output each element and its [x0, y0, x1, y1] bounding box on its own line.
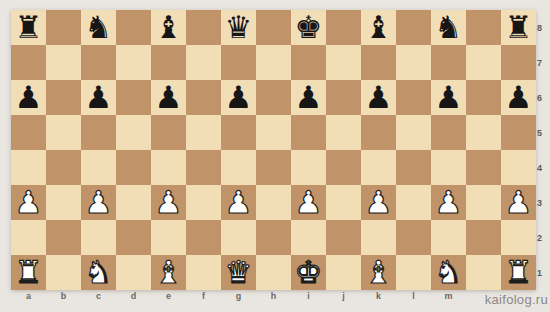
- square-h4[interactable]: [256, 150, 291, 185]
- square-m3[interactable]: ♟: [431, 185, 466, 220]
- square-f7[interactable]: [186, 45, 221, 80]
- square-c6[interactable]: ♟: [81, 80, 116, 115]
- square-j7[interactable]: [326, 45, 361, 80]
- square-o8[interactable]: ♜: [501, 10, 536, 45]
- square-l6[interactable]: [396, 80, 431, 115]
- square-l5[interactable]: [396, 115, 431, 150]
- square-f1[interactable]: [186, 255, 221, 290]
- square-n4[interactable]: [466, 150, 501, 185]
- piece-white-bishop: ♝: [151, 255, 186, 290]
- square-k6[interactable]: ♟: [361, 80, 396, 115]
- square-n3[interactable]: [466, 185, 501, 220]
- square-d3[interactable]: [116, 185, 151, 220]
- piece-black-king: ♚: [291, 10, 326, 45]
- file-label-b: b: [46, 290, 81, 303]
- piece-black-bishop: ♝: [151, 10, 186, 45]
- square-c1[interactable]: ♞: [81, 255, 116, 290]
- square-d8[interactable]: [116, 10, 151, 45]
- square-k3[interactable]: ♟: [361, 185, 396, 220]
- square-i7[interactable]: [291, 45, 326, 80]
- square-j1[interactable]: [326, 255, 361, 290]
- square-j6[interactable]: [326, 80, 361, 115]
- file-label-i: i: [291, 290, 326, 303]
- square-i2[interactable]: [291, 220, 326, 255]
- square-n2[interactable]: [466, 220, 501, 255]
- square-g7[interactable]: [221, 45, 256, 80]
- square-j2[interactable]: [326, 220, 361, 255]
- rank-labels: 87654321: [537, 10, 549, 290]
- square-m5[interactable]: [431, 115, 466, 150]
- square-g6[interactable]: ♟: [221, 80, 256, 115]
- square-n6[interactable]: [466, 80, 501, 115]
- square-e5[interactable]: [151, 115, 186, 150]
- square-i4[interactable]: [291, 150, 326, 185]
- file-label-m: m: [431, 290, 466, 303]
- square-e1[interactable]: ♝: [151, 255, 186, 290]
- square-c7[interactable]: [81, 45, 116, 80]
- file-label-l: l: [396, 290, 431, 303]
- piece-white-king: ♚: [291, 255, 326, 290]
- square-d1[interactable]: [116, 255, 151, 290]
- square-g4[interactable]: [221, 150, 256, 185]
- piece-white-pawn: ♟: [81, 185, 116, 220]
- piece-white-pawn: ♟: [291, 185, 326, 220]
- square-l7[interactable]: [396, 45, 431, 80]
- file-label-f: f: [186, 290, 221, 303]
- square-l1[interactable]: [396, 255, 431, 290]
- square-j5[interactable]: [326, 115, 361, 150]
- square-f2[interactable]: [186, 220, 221, 255]
- square-i5[interactable]: [291, 115, 326, 150]
- square-k5[interactable]: [361, 115, 396, 150]
- square-n8[interactable]: [466, 10, 501, 45]
- square-a3[interactable]: ♟: [11, 185, 46, 220]
- square-k8[interactable]: ♝: [361, 10, 396, 45]
- rank-label-6: 6: [537, 80, 549, 115]
- square-h8[interactable]: [256, 10, 291, 45]
- chess-board: ♜♞♝♛♚♝♞♜♟♟♟♟♟♟♟♟♟♟♟♟♟♟♟♟♜♞♝♛♚♝♞♜: [11, 10, 536, 290]
- piece-black-pawn: ♟: [151, 80, 186, 115]
- square-c2[interactable]: [81, 220, 116, 255]
- rank-label-5: 5: [537, 115, 549, 150]
- square-k7[interactable]: [361, 45, 396, 80]
- square-e8[interactable]: ♝: [151, 10, 186, 45]
- square-o7[interactable]: [501, 45, 536, 80]
- square-h7[interactable]: [256, 45, 291, 80]
- square-g2[interactable]: [221, 220, 256, 255]
- piece-white-pawn: ♟: [11, 185, 46, 220]
- rank-label-2: 2: [537, 220, 549, 255]
- square-i8[interactable]: ♚: [291, 10, 326, 45]
- piece-black-pawn: ♟: [291, 80, 326, 115]
- square-g8[interactable]: ♛: [221, 10, 256, 45]
- square-b2[interactable]: [46, 220, 81, 255]
- square-l8[interactable]: [396, 10, 431, 45]
- piece-black-queen: ♛: [221, 10, 256, 45]
- file-labels: abcdefghijklm: [11, 290, 536, 303]
- rank-label-3: 3: [537, 185, 549, 220]
- square-a1[interactable]: ♜: [11, 255, 46, 290]
- square-i1[interactable]: ♚: [291, 255, 326, 290]
- file-label-d: d: [116, 290, 151, 303]
- square-o5[interactable]: [501, 115, 536, 150]
- square-c3[interactable]: ♟: [81, 185, 116, 220]
- piece-black-bishop: ♝: [361, 10, 396, 45]
- square-e6[interactable]: ♟: [151, 80, 186, 115]
- square-c5[interactable]: [81, 115, 116, 150]
- watermark: kaifolog.ru: [485, 292, 548, 307]
- square-d7[interactable]: [116, 45, 151, 80]
- square-d6[interactable]: [116, 80, 151, 115]
- square-o1[interactable]: ♜: [501, 255, 536, 290]
- square-h5[interactable]: [256, 115, 291, 150]
- square-o4[interactable]: [501, 150, 536, 185]
- square-a5[interactable]: [11, 115, 46, 150]
- square-h1[interactable]: [256, 255, 291, 290]
- square-o3[interactable]: ♟: [501, 185, 536, 220]
- rank-label-8: 8: [537, 10, 549, 45]
- piece-black-pawn: ♟: [431, 80, 466, 115]
- square-f8[interactable]: [186, 10, 221, 45]
- square-c4[interactable]: [81, 150, 116, 185]
- square-l2[interactable]: [396, 220, 431, 255]
- piece-black-pawn: ♟: [361, 80, 396, 115]
- square-h6[interactable]: [256, 80, 291, 115]
- square-l3[interactable]: [396, 185, 431, 220]
- square-h3[interactable]: [256, 185, 291, 220]
- file-label-c: c: [81, 290, 116, 303]
- square-b1[interactable]: [46, 255, 81, 290]
- square-a7[interactable]: [11, 45, 46, 80]
- square-n1[interactable]: [466, 255, 501, 290]
- screenshot-stage: ♜♞♝♛♚♝♞♜♟♟♟♟♟♟♟♟♟♟♟♟♟♟♟♟♜♞♝♛♚♝♞♜ abcdefg…: [0, 0, 550, 312]
- square-n5[interactable]: [466, 115, 501, 150]
- square-b4[interactable]: [46, 150, 81, 185]
- square-a6[interactable]: ♟: [11, 80, 46, 115]
- square-e7[interactable]: [151, 45, 186, 80]
- piece-black-pawn: ♟: [11, 80, 46, 115]
- rank-label-4: 4: [537, 150, 549, 185]
- square-d2[interactable]: [116, 220, 151, 255]
- piece-black-pawn: ♟: [501, 80, 536, 115]
- square-b7[interactable]: [46, 45, 81, 80]
- square-i6[interactable]: ♟: [291, 80, 326, 115]
- piece-white-pawn: ♟: [151, 185, 186, 220]
- square-f6[interactable]: [186, 80, 221, 115]
- square-m8[interactable]: ♞: [431, 10, 466, 45]
- piece-white-queen: ♛: [221, 255, 256, 290]
- file-label-a: a: [11, 290, 46, 303]
- square-f4[interactable]: [186, 150, 221, 185]
- piece-white-knight: ♞: [81, 255, 116, 290]
- square-g1[interactable]: ♛: [221, 255, 256, 290]
- square-o2[interactable]: [501, 220, 536, 255]
- piece-white-rook: ♜: [11, 255, 46, 290]
- square-m2[interactable]: [431, 220, 466, 255]
- file-label-g: g: [221, 290, 256, 303]
- square-d5[interactable]: [116, 115, 151, 150]
- square-j8[interactable]: [326, 10, 361, 45]
- piece-white-pawn: ♟: [431, 185, 466, 220]
- square-e2[interactable]: [151, 220, 186, 255]
- square-m7[interactable]: [431, 45, 466, 80]
- square-m1[interactable]: ♞: [431, 255, 466, 290]
- square-f3[interactable]: [186, 185, 221, 220]
- square-m4[interactable]: [431, 150, 466, 185]
- piece-black-pawn: ♟: [81, 80, 116, 115]
- square-e4[interactable]: [151, 150, 186, 185]
- piece-white-rook: ♜: [501, 255, 536, 290]
- square-g5[interactable]: [221, 115, 256, 150]
- piece-black-knight: ♞: [431, 10, 466, 45]
- square-b5[interactable]: [46, 115, 81, 150]
- square-d4[interactable]: [116, 150, 151, 185]
- piece-white-bishop: ♝: [361, 255, 396, 290]
- square-c8[interactable]: ♞: [81, 10, 116, 45]
- file-label-k: k: [361, 290, 396, 303]
- square-a4[interactable]: [11, 150, 46, 185]
- square-i3[interactable]: ♟: [291, 185, 326, 220]
- square-f5[interactable]: [186, 115, 221, 150]
- square-n7[interactable]: [466, 45, 501, 80]
- piece-black-rook: ♜: [501, 10, 536, 45]
- piece-white-knight: ♞: [431, 255, 466, 290]
- rank-label-7: 7: [537, 45, 549, 80]
- piece-black-rook: ♜: [11, 10, 46, 45]
- square-m6[interactable]: ♟: [431, 80, 466, 115]
- square-j4[interactable]: [326, 150, 361, 185]
- square-j3[interactable]: [326, 185, 361, 220]
- square-k1[interactable]: ♝: [361, 255, 396, 290]
- rank-label-1: 1: [537, 255, 549, 290]
- square-h2[interactable]: [256, 220, 291, 255]
- file-label-h: h: [256, 290, 291, 303]
- square-b8[interactable]: [46, 10, 81, 45]
- piece-white-pawn: ♟: [501, 185, 536, 220]
- square-k2[interactable]: [361, 220, 396, 255]
- square-b6[interactable]: [46, 80, 81, 115]
- square-k4[interactable]: [361, 150, 396, 185]
- piece-white-pawn: ♟: [361, 185, 396, 220]
- square-a2[interactable]: [11, 220, 46, 255]
- square-o6[interactable]: ♟: [501, 80, 536, 115]
- file-label-j: j: [326, 290, 361, 303]
- square-a8[interactable]: ♜: [11, 10, 46, 45]
- file-label-e: e: [151, 290, 186, 303]
- piece-black-pawn: ♟: [221, 80, 256, 115]
- piece-white-pawn: ♟: [221, 185, 256, 220]
- square-g3[interactable]: ♟: [221, 185, 256, 220]
- square-e3[interactable]: ♟: [151, 185, 186, 220]
- piece-black-knight: ♞: [81, 10, 116, 45]
- square-b3[interactable]: [46, 185, 81, 220]
- square-l4[interactable]: [396, 150, 431, 185]
